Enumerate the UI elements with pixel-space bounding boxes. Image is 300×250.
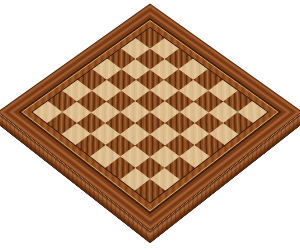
square-h5[interactable] bbox=[180, 145, 210, 168]
square-g5[interactable] bbox=[165, 134, 195, 156]
square-c8[interactable] bbox=[61, 123, 91, 145]
square-d8[interactable] bbox=[76, 134, 106, 156]
square-g8[interactable] bbox=[120, 168, 150, 191]
board-scene bbox=[0, 0, 300, 250]
square-e6[interactable] bbox=[120, 123, 150, 145]
square-h4[interactable] bbox=[195, 134, 225, 156]
square-f6[interactable] bbox=[135, 134, 165, 156]
frame-outer-edge-line bbox=[0, 4, 300, 231]
chess-board bbox=[0, 4, 300, 231]
board-top-face bbox=[0, 4, 300, 231]
square-e8[interactable] bbox=[90, 145, 120, 168]
square-d7[interactable] bbox=[91, 123, 121, 145]
square-g6[interactable] bbox=[150, 145, 180, 168]
square-b8[interactable] bbox=[47, 112, 76, 134]
square-e5[interactable] bbox=[135, 112, 164, 134]
square-h7[interactable] bbox=[150, 168, 180, 191]
square-e7[interactable] bbox=[105, 134, 135, 156]
square-g3[interactable] bbox=[194, 112, 223, 134]
square-f5[interactable] bbox=[150, 123, 180, 145]
square-h2[interactable] bbox=[224, 112, 253, 134]
square-d6[interactable] bbox=[106, 112, 135, 134]
board-frame-right bbox=[132, 99, 300, 231]
square-f8[interactable] bbox=[105, 156, 135, 179]
square-g4[interactable] bbox=[180, 123, 210, 145]
square-c7[interactable] bbox=[76, 112, 105, 134]
square-f7[interactable] bbox=[120, 145, 150, 168]
board-frame-bottom bbox=[0, 99, 168, 231]
square-h6[interactable] bbox=[165, 156, 195, 179]
square-h8[interactable] bbox=[135, 179, 165, 202]
product-photo-background bbox=[0, 0, 300, 250]
square-f4[interactable] bbox=[165, 112, 194, 134]
square-g7[interactable] bbox=[135, 156, 165, 179]
square-h3[interactable] bbox=[209, 123, 239, 145]
